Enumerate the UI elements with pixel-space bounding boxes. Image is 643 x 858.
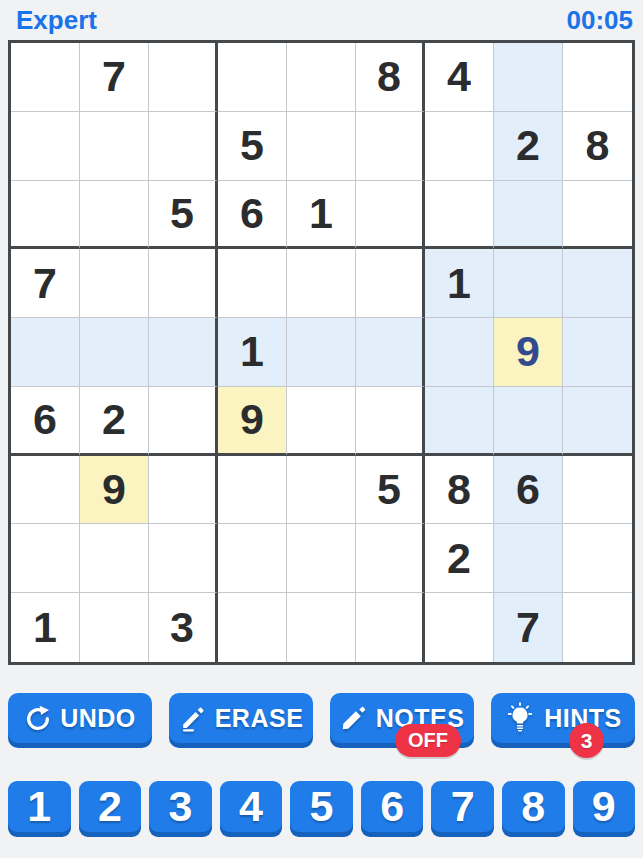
cell-r8c5[interactable] [287, 524, 356, 593]
hints-button[interactable]: HINTS 3 [491, 693, 635, 743]
notes-button[interactable]: NOTES OFF [330, 693, 474, 743]
cell-r8c2[interactable] [80, 524, 149, 593]
cell-r2c5[interactable] [287, 112, 356, 181]
numpad-key-1[interactable]: 1 [8, 781, 71, 832]
cell-r9c1[interactable]: 1 [11, 593, 80, 662]
cell-r1c7[interactable]: 4 [425, 43, 494, 112]
cell-r6c8[interactable] [494, 387, 563, 456]
cell-r2c6[interactable] [356, 112, 425, 181]
cell-r5c2[interactable] [80, 318, 149, 387]
cell-r2c2[interactable] [80, 112, 149, 181]
cell-r5c8[interactable]: 9 [494, 318, 563, 387]
numpad-key-3[interactable]: 3 [149, 781, 212, 832]
cell-r3c8[interactable] [494, 181, 563, 250]
undo-label: UNDO [60, 704, 136, 733]
cell-r7c3[interactable] [149, 456, 218, 525]
numpad-key-4[interactable]: 4 [220, 781, 283, 832]
numpad: 123456789 [8, 781, 635, 832]
cell-r4c3[interactable] [149, 249, 218, 318]
cell-r6c7[interactable] [425, 387, 494, 456]
numpad-key-2[interactable]: 2 [79, 781, 142, 832]
cell-r5c6[interactable] [356, 318, 425, 387]
cell-r9c8[interactable]: 7 [494, 593, 563, 662]
cell-r8c8[interactable] [494, 524, 563, 593]
cell-r3c5[interactable]: 1 [287, 181, 356, 250]
cell-r4c4[interactable] [218, 249, 287, 318]
difficulty-label: Expert [16, 5, 97, 36]
cell-r9c3[interactable]: 3 [149, 593, 218, 662]
cell-r9c9[interactable] [563, 593, 632, 662]
cell-r7c1[interactable] [11, 456, 80, 525]
lightbulb-icon [504, 702, 536, 734]
timer: 00:05 [567, 5, 634, 36]
numpad-key-8[interactable]: 8 [502, 781, 565, 832]
erase-label: ERASE [215, 704, 304, 733]
notes-off-badge: OFF [395, 724, 461, 757]
cell-r3c1[interactable] [11, 181, 80, 250]
pencil-icon [340, 704, 368, 732]
cell-r6c9[interactable] [563, 387, 632, 456]
cell-r6c3[interactable] [149, 387, 218, 456]
cell-r8c6[interactable] [356, 524, 425, 593]
cell-r8c9[interactable] [563, 524, 632, 593]
cell-r1c4[interactable] [218, 43, 287, 112]
cell-r9c5[interactable] [287, 593, 356, 662]
cell-r1c3[interactable] [149, 43, 218, 112]
cell-r9c6[interactable] [356, 593, 425, 662]
cell-r7c5[interactable] [287, 456, 356, 525]
cell-r3c2[interactable] [80, 181, 149, 250]
cell-r2c8[interactable]: 2 [494, 112, 563, 181]
cell-r8c3[interactable] [149, 524, 218, 593]
cell-r4c7[interactable]: 1 [425, 249, 494, 318]
cell-r5c1[interactable] [11, 318, 80, 387]
cell-r4c6[interactable] [356, 249, 425, 318]
cell-r9c7[interactable] [425, 593, 494, 662]
hints-count-badge: 3 [569, 723, 604, 758]
cell-r4c5[interactable] [287, 249, 356, 318]
cell-r3c3[interactable]: 5 [149, 181, 218, 250]
cell-r7c9[interactable] [563, 456, 632, 525]
cell-r6c2[interactable]: 2 [80, 387, 149, 456]
cell-r5c4[interactable]: 1 [218, 318, 287, 387]
cell-r3c7[interactable] [425, 181, 494, 250]
numpad-key-6[interactable]: 6 [361, 781, 424, 832]
numpad-key-7[interactable]: 7 [431, 781, 494, 832]
cell-r8c4[interactable] [218, 524, 287, 593]
cell-r5c7[interactable] [425, 318, 494, 387]
cell-r5c3[interactable] [149, 318, 218, 387]
cell-r2c4[interactable]: 5 [218, 112, 287, 181]
cell-r6c5[interactable] [287, 387, 356, 456]
cell-r6c4[interactable]: 9 [218, 387, 287, 456]
cell-r7c8[interactable]: 6 [494, 456, 563, 525]
cell-r2c3[interactable] [149, 112, 218, 181]
cell-r7c4[interactable] [218, 456, 287, 525]
cell-r4c8[interactable] [494, 249, 563, 318]
cell-r7c7[interactable]: 8 [425, 456, 494, 525]
cell-r6c6[interactable] [356, 387, 425, 456]
numpad-key-9[interactable]: 9 [573, 781, 636, 832]
cell-r5c5[interactable] [287, 318, 356, 387]
sudoku-grid: 784528561711962995862137 [8, 40, 635, 665]
undo-button[interactable]: UNDO [8, 693, 152, 743]
cell-r1c5[interactable] [287, 43, 356, 112]
toolbar: UNDO ERASE NOTES OFF [8, 693, 635, 743]
cell-r8c7[interactable]: 2 [425, 524, 494, 593]
erase-icon [179, 704, 207, 732]
cell-r4c1[interactable]: 7 [11, 249, 80, 318]
cell-r2c1[interactable] [11, 112, 80, 181]
cell-r9c2[interactable] [80, 593, 149, 662]
cell-r1c2[interactable]: 7 [80, 43, 149, 112]
cell-r3c4[interactable]: 6 [218, 181, 287, 250]
cell-r4c9[interactable] [563, 249, 632, 318]
cell-r8c1[interactable] [11, 524, 80, 593]
undo-icon [24, 704, 52, 732]
cell-r5c9[interactable] [563, 318, 632, 387]
cell-r7c2[interactable]: 9 [80, 456, 149, 525]
header: Expert 00:05 [0, 0, 643, 40]
cell-r2c7[interactable] [425, 112, 494, 181]
cell-r1c8[interactable] [494, 43, 563, 112]
cell-r3c6[interactable] [356, 181, 425, 250]
cell-r1c9[interactable] [563, 43, 632, 112]
cell-r6c1[interactable]: 6 [11, 387, 80, 456]
cell-r4c2[interactable] [80, 249, 149, 318]
cell-r3c9[interactable] [563, 181, 632, 250]
cell-r1c1[interactable] [11, 43, 80, 112]
cell-r7c6[interactable]: 5 [356, 456, 425, 525]
cell-r2c9[interactable]: 8 [563, 112, 632, 181]
cell-r1c6[interactable]: 8 [356, 43, 425, 112]
cell-r9c4[interactable] [218, 593, 287, 662]
numpad-key-5[interactable]: 5 [290, 781, 353, 832]
erase-button[interactable]: ERASE [169, 693, 313, 743]
